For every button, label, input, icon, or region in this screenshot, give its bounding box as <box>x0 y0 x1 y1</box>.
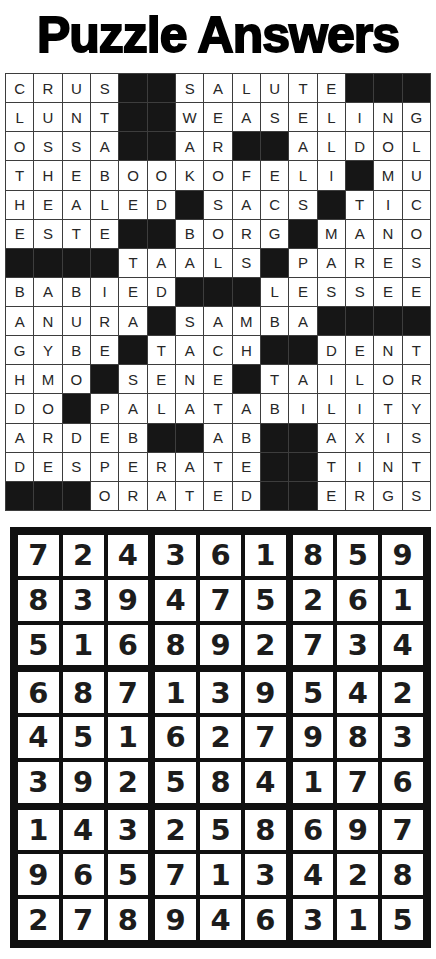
sudoku-cell: 6 <box>63 854 104 895</box>
crossword-black-cell <box>91 365 118 393</box>
crossword-letter-cell: N <box>374 103 401 131</box>
sudoku-cell: 4 <box>108 535 149 576</box>
crossword-letter-cell: E <box>148 365 175 393</box>
sudoku-grid: 7248395163614758928592617346874513921396… <box>10 527 431 948</box>
crossword-letter-cell: B <box>233 424 260 452</box>
crossword-letter-cell: T <box>148 336 175 364</box>
sudoku-cell: 1 <box>155 672 196 713</box>
sudoku-cell: 8 <box>200 762 241 803</box>
crossword-letter-cell: E <box>346 336 373 364</box>
crossword-letter-cell: O <box>204 220 231 248</box>
crossword-letter-cell: S <box>403 249 430 277</box>
crossword-letter-cell: S <box>289 191 316 219</box>
crossword-letter-cell: I <box>346 453 373 481</box>
sudoku-cell: 4 <box>155 580 196 621</box>
crossword-letter-cell: T <box>261 365 288 393</box>
crossword-letter-cell: T <box>403 453 430 481</box>
crossword-letter-cell: N <box>176 365 203 393</box>
crossword-letter-cell: E <box>91 424 118 452</box>
sudoku-box: 361475892 <box>155 535 285 665</box>
sudoku-cell: 7 <box>200 580 241 621</box>
crossword-letter-cell: R <box>204 132 231 160</box>
crossword-letter-cell: I <box>318 161 345 189</box>
crossword-letter-cell: C <box>403 191 430 219</box>
crossword-black-cell <box>403 74 430 102</box>
sudoku-cell: 2 <box>245 625 286 666</box>
crossword-letter-cell: R <box>91 307 118 335</box>
crossword-letter-cell: C <box>6 74 33 102</box>
crossword-black-cell <box>119 74 146 102</box>
sudoku-cell: 5 <box>155 762 196 803</box>
crossword-letter-cell: A <box>148 249 175 277</box>
sudoku-cell: 9 <box>63 762 104 803</box>
crossword-letter-cell: E <box>289 278 316 306</box>
crossword-letter-cell: A <box>233 103 260 131</box>
crossword-letter-cell: A <box>176 394 203 422</box>
sudoku-cell: 1 <box>63 625 104 666</box>
sudoku-box: 143965278 <box>18 810 148 940</box>
crossword-letter-cell: R <box>148 453 175 481</box>
crossword-letter-cell: T <box>346 191 373 219</box>
crossword-letter-cell: M <box>233 307 260 335</box>
crossword-black-cell <box>233 278 260 306</box>
sudoku-cell: 6 <box>18 672 59 713</box>
crossword-letter-cell: S <box>403 424 430 452</box>
crossword-black-cell <box>403 307 430 335</box>
sudoku-cell: 2 <box>108 762 149 803</box>
crossword-letter-cell: S <box>261 103 288 131</box>
crossword-letter-cell: E <box>289 103 316 131</box>
page-title: Puzzle Answers <box>0 4 436 66</box>
sudoku-cell: 4 <box>293 854 334 895</box>
sudoku-cell: 4 <box>200 899 241 940</box>
crossword-letter-cell: E <box>34 191 61 219</box>
crossword-letter-cell: A <box>34 278 61 306</box>
crossword-letter-cell: U <box>403 161 430 189</box>
crossword-letter-cell: E <box>34 453 61 481</box>
crossword-letter-cell: A <box>233 394 260 422</box>
sudoku-cell: 9 <box>382 535 423 576</box>
crossword-black-cell <box>119 336 146 364</box>
sudoku-cell: 8 <box>63 672 104 713</box>
crossword-letter-cell: I <box>346 103 373 131</box>
crossword-letter-cell: R <box>403 365 430 393</box>
crossword-black-cell <box>148 424 175 452</box>
sudoku-cell: 4 <box>382 625 423 666</box>
sudoku-cell: 8 <box>245 810 286 851</box>
crossword-letter-cell: T <box>204 453 231 481</box>
crossword-letter-cell: T <box>91 103 118 131</box>
crossword-letter-cell: N <box>34 307 61 335</box>
crossword-letter-cell: A <box>176 132 203 160</box>
sudoku-cell: 6 <box>155 717 196 758</box>
crossword-letter-cell: G <box>6 336 33 364</box>
crossword-letter-cell: A <box>289 365 316 393</box>
crossword-letter-cell: I <box>346 394 373 422</box>
crossword-letter-cell: I <box>318 365 345 393</box>
crossword-letter-cell: S <box>176 74 203 102</box>
sudoku-cell: 3 <box>155 535 196 576</box>
sudoku-cell: 6 <box>245 899 286 940</box>
sudoku-cell: 6 <box>200 535 241 576</box>
crossword-letter-cell: L <box>91 191 118 219</box>
crossword-black-cell <box>261 336 288 364</box>
sudoku-cell: 1 <box>200 854 241 895</box>
crossword-letter-cell: I <box>374 424 401 452</box>
crossword-letter-cell: B <box>261 307 288 335</box>
sudoku-cell: 5 <box>382 899 423 940</box>
crossword-black-cell <box>119 132 146 160</box>
crossword-letter-cell: U <box>34 103 61 131</box>
crossword-letter-cell: O <box>374 365 401 393</box>
crossword-letter-cell: G <box>403 103 430 131</box>
sudoku-cell: 5 <box>18 625 59 666</box>
crossword-letter-cell: S <box>346 278 373 306</box>
sudoku-cell: 7 <box>108 672 149 713</box>
crossword-letter-cell: E <box>204 482 231 510</box>
crossword-letter-cell: O <box>119 161 146 189</box>
crossword-black-cell <box>148 307 175 335</box>
crossword-letter-cell: O <box>63 365 90 393</box>
crossword-letter-cell: R <box>346 482 373 510</box>
crossword-letter-cell: D <box>63 424 90 452</box>
crossword-letter-cell: H <box>34 161 61 189</box>
crossword-letter-cell: T <box>119 249 146 277</box>
crossword-letter-cell: L <box>318 103 345 131</box>
crossword-letter-cell: T <box>403 336 430 364</box>
crossword-letter-cell: S <box>91 74 118 102</box>
crossword-black-cell <box>119 220 146 248</box>
sudoku-cell: 6 <box>108 625 149 666</box>
sudoku-cell: 9 <box>155 899 196 940</box>
crossword-letter-cell: D <box>6 394 33 422</box>
crossword-black-cell <box>318 307 345 335</box>
sudoku-cell: 3 <box>108 810 149 851</box>
crossword-letter-cell: B <box>119 424 146 452</box>
crossword-black-cell <box>176 278 203 306</box>
crossword-letter-cell: C <box>261 191 288 219</box>
crossword-black-cell <box>34 482 61 510</box>
sudoku-box: 139627584 <box>155 672 285 802</box>
crossword-letter-cell: U <box>63 74 90 102</box>
crossword-letter-cell: S <box>119 365 146 393</box>
crossword-letter-cell: T <box>176 482 203 510</box>
crossword-black-cell <box>63 482 90 510</box>
sudoku-cell: 7 <box>63 899 104 940</box>
sudoku-cell: 6 <box>293 810 334 851</box>
crossword-letter-cell: T <box>63 220 90 248</box>
crossword-letter-cell: S <box>34 220 61 248</box>
sudoku-cell: 2 <box>63 535 104 576</box>
crossword-letter-cell: E <box>403 278 430 306</box>
sudoku-cell: 8 <box>18 580 59 621</box>
crossword-letter-cell: S <box>233 249 260 277</box>
sudoku-cell: 5 <box>245 580 286 621</box>
crossword-letter-cell: A <box>346 220 373 248</box>
crossword-letter-cell: Y <box>403 394 430 422</box>
crossword-letter-cell: M <box>374 161 401 189</box>
crossword-letter-cell: O <box>6 132 33 160</box>
sudoku-cell: 8 <box>108 899 149 940</box>
crossword-letter-cell: T <box>204 394 231 422</box>
sudoku-cell: 1 <box>293 762 334 803</box>
sudoku-box: 258713946 <box>155 810 285 940</box>
crossword-letter-cell: E <box>233 453 260 481</box>
sudoku-cell: 1 <box>245 535 286 576</box>
sudoku-cell: 7 <box>18 535 59 576</box>
crossword-letter-cell: A <box>176 249 203 277</box>
crossword-black-cell <box>148 74 175 102</box>
crossword-black-cell <box>176 191 203 219</box>
crossword-letter-cell: E <box>261 161 288 189</box>
crossword-black-cell <box>63 394 90 422</box>
crossword-letter-cell: D <box>233 482 260 510</box>
crossword-letter-cell: O <box>204 161 231 189</box>
crossword-letter-cell: L <box>6 103 33 131</box>
sudoku-cell: 9 <box>293 717 334 758</box>
crossword-black-cell <box>204 278 231 306</box>
crossword-letter-cell: A <box>204 424 231 452</box>
crossword-letter-cell: A <box>289 307 316 335</box>
crossword-letter-cell: O <box>403 220 430 248</box>
crossword-grid: CRUSSALUTELUNTWEASELINGOSSAARALDOLTHEBOO… <box>5 73 431 511</box>
crossword-black-cell <box>176 424 203 452</box>
crossword-letter-cell: A <box>176 453 203 481</box>
crossword-letter-cell: R <box>34 74 61 102</box>
crossword-letter-cell: E <box>204 103 231 131</box>
sudoku-cell: 3 <box>337 625 378 666</box>
sudoku-cell: 1 <box>108 717 149 758</box>
crossword-letter-cell: E <box>374 278 401 306</box>
crossword-letter-cell: E <box>119 191 146 219</box>
crossword-letter-cell: S <box>176 307 203 335</box>
crossword-letter-cell: A <box>204 74 231 102</box>
crossword-black-cell <box>233 132 260 160</box>
crossword-black-cell <box>91 249 118 277</box>
sudoku-cell: 4 <box>337 672 378 713</box>
crossword-black-cell <box>289 424 316 452</box>
sudoku-cell: 9 <box>245 672 286 713</box>
crossword-letter-cell: L <box>261 278 288 306</box>
crossword-letter-cell: Y <box>34 336 61 364</box>
sudoku-cell: 6 <box>382 762 423 803</box>
sudoku-box: 542983176 <box>293 672 423 802</box>
crossword-letter-cell: L <box>318 394 345 422</box>
crossword-letter-cell: P <box>91 394 118 422</box>
crossword-letter-cell: S <box>34 132 61 160</box>
crossword-letter-cell: T <box>6 161 33 189</box>
crossword-letter-cell: A <box>119 394 146 422</box>
crossword-letter-cell: B <box>176 220 203 248</box>
sudoku-cell: 2 <box>293 580 334 621</box>
crossword-letter-cell: E <box>63 161 90 189</box>
crossword-letter-cell: N <box>374 336 401 364</box>
sudoku-cell: 3 <box>382 717 423 758</box>
crossword-letter-cell: A <box>63 191 90 219</box>
sudoku-cell: 7 <box>155 854 196 895</box>
crossword-black-cell <box>374 307 401 335</box>
sudoku-box: 697428315 <box>293 810 423 940</box>
crossword-letter-cell: L <box>318 132 345 160</box>
sudoku-cell: 5 <box>108 854 149 895</box>
crossword-letter-cell: A <box>6 424 33 452</box>
crossword-letter-cell: L <box>403 132 430 160</box>
crossword-black-cell <box>289 453 316 481</box>
crossword-letter-cell: L <box>289 161 316 189</box>
crossword-letter-cell: A <box>148 482 175 510</box>
sudoku-cell: 6 <box>337 580 378 621</box>
crossword-letter-cell: A <box>318 424 345 452</box>
crossword-letter-cell: P <box>91 453 118 481</box>
sudoku-box: 724839516 <box>18 535 148 665</box>
crossword-letter-cell: A <box>233 191 260 219</box>
crossword-black-cell <box>233 365 260 393</box>
crossword-letter-cell: D <box>318 336 345 364</box>
crossword-letter-cell: E <box>119 453 146 481</box>
crossword-letter-cell: A <box>91 132 118 160</box>
sudoku-box: 859261734 <box>293 535 423 665</box>
sudoku-cell: 3 <box>245 854 286 895</box>
crossword-letter-cell: B <box>6 278 33 306</box>
sudoku-cell: 2 <box>337 854 378 895</box>
crossword-letter-cell: L <box>204 249 231 277</box>
crossword-letter-cell: H <box>6 191 33 219</box>
crossword-black-cell <box>261 453 288 481</box>
sudoku-cell: 7 <box>337 762 378 803</box>
crossword-letter-cell: A <box>6 307 33 335</box>
crossword-black-cell <box>6 482 33 510</box>
crossword-letter-cell: G <box>374 482 401 510</box>
crossword-letter-cell: D <box>346 132 373 160</box>
crossword-black-cell <box>289 336 316 364</box>
crossword-letter-cell: T <box>289 74 316 102</box>
crossword-letter-cell: I <box>374 191 401 219</box>
crossword-letter-cell: E <box>204 365 231 393</box>
crossword-black-cell <box>318 191 345 219</box>
crossword-letter-cell: R <box>233 220 260 248</box>
crossword-letter-cell: E <box>119 278 146 306</box>
crossword-black-cell <box>289 482 316 510</box>
crossword-letter-cell: S <box>204 191 231 219</box>
crossword-black-cell <box>346 161 373 189</box>
crossword-letter-cell: S <box>318 278 345 306</box>
crossword-black-cell <box>289 220 316 248</box>
sudoku-cell: 4 <box>18 717 59 758</box>
crossword-letter-cell: A <box>318 249 345 277</box>
crossword-black-cell <box>346 307 373 335</box>
crossword-letter-cell: T <box>374 394 401 422</box>
crossword-letter-cell: D <box>148 278 175 306</box>
crossword-letter-cell: S <box>63 453 90 481</box>
crossword-letter-cell: O <box>374 132 401 160</box>
sudoku-cell: 2 <box>155 810 196 851</box>
sudoku-cell: 3 <box>18 762 59 803</box>
sudoku-cell: 8 <box>155 625 196 666</box>
crossword-black-cell <box>6 249 33 277</box>
crossword-letter-cell: B <box>63 278 90 306</box>
sudoku-cell: 2 <box>18 899 59 940</box>
crossword-letter-cell: F <box>233 161 260 189</box>
crossword-letter-cell: R <box>346 249 373 277</box>
sudoku-cell: 1 <box>382 580 423 621</box>
crossword-letter-cell: H <box>233 336 260 364</box>
crossword-letter-cell: H <box>6 365 33 393</box>
crossword-letter-cell: I <box>289 394 316 422</box>
sudoku-cell: 5 <box>293 672 334 713</box>
crossword-letter-cell: E <box>374 249 401 277</box>
sudoku-cell: 9 <box>200 625 241 666</box>
crossword-letter-cell: L <box>233 74 260 102</box>
crossword-letter-cell: A <box>119 307 146 335</box>
crossword-letter-cell: S <box>63 132 90 160</box>
sudoku-cell: 9 <box>108 580 149 621</box>
crossword-letter-cell: A <box>176 336 203 364</box>
sudoku-cell: 5 <box>337 535 378 576</box>
sudoku-cell: 7 <box>245 717 286 758</box>
crossword-letter-cell: E <box>91 336 118 364</box>
sudoku-cell: 7 <box>293 625 334 666</box>
crossword-letter-cell: O <box>91 482 118 510</box>
crossword-black-cell <box>346 74 373 102</box>
sudoku-cell: 3 <box>200 672 241 713</box>
sudoku-cell: 9 <box>18 854 59 895</box>
sudoku-cell: 8 <box>293 535 334 576</box>
sudoku-cell: 9 <box>337 810 378 851</box>
sudoku-cell: 4 <box>63 810 104 851</box>
crossword-letter-cell: X <box>346 424 373 452</box>
crossword-letter-cell: K <box>176 161 203 189</box>
crossword-letter-cell: T <box>318 453 345 481</box>
crossword-letter-cell: M <box>318 220 345 248</box>
crossword-letter-cell: P <box>289 249 316 277</box>
sudoku-cell: 1 <box>18 810 59 851</box>
crossword-letter-cell: L <box>346 365 373 393</box>
crossword-letter-cell: U <box>63 307 90 335</box>
crossword-letter-cell: N <box>374 453 401 481</box>
crossword-letter-cell: A <box>289 132 316 160</box>
crossword-letter-cell: O <box>148 161 175 189</box>
crossword-letter-cell: O <box>34 394 61 422</box>
crossword-letter-cell: E <box>318 482 345 510</box>
crossword-black-cell <box>63 249 90 277</box>
crossword-black-cell <box>34 249 61 277</box>
sudoku-cell: 4 <box>245 762 286 803</box>
crossword-letter-cell: M <box>34 365 61 393</box>
crossword-letter-cell: W <box>176 103 203 131</box>
crossword-letter-cell: B <box>91 161 118 189</box>
sudoku-cell: 2 <box>200 717 241 758</box>
crossword-letter-cell: B <box>261 394 288 422</box>
crossword-letter-cell: C <box>204 336 231 364</box>
crossword-letter-cell: D <box>148 191 175 219</box>
sudoku-cell: 1 <box>337 899 378 940</box>
crossword-letter-cell: U <box>261 74 288 102</box>
sudoku-cell: 2 <box>382 672 423 713</box>
crossword-letter-cell: E <box>6 220 33 248</box>
crossword-black-cell <box>261 132 288 160</box>
sudoku-cell: 3 <box>63 580 104 621</box>
sudoku-cell: 8 <box>337 717 378 758</box>
crossword-black-cell <box>374 74 401 102</box>
crossword-black-cell <box>148 103 175 131</box>
sudoku-box: 687451392 <box>18 672 148 802</box>
sudoku-cell: 3 <box>293 899 334 940</box>
sudoku-cell: 7 <box>382 810 423 851</box>
crossword-letter-cell: I <box>91 278 118 306</box>
crossword-letter-cell: N <box>63 103 90 131</box>
crossword-black-cell <box>261 249 288 277</box>
crossword-letter-cell: D <box>6 453 33 481</box>
